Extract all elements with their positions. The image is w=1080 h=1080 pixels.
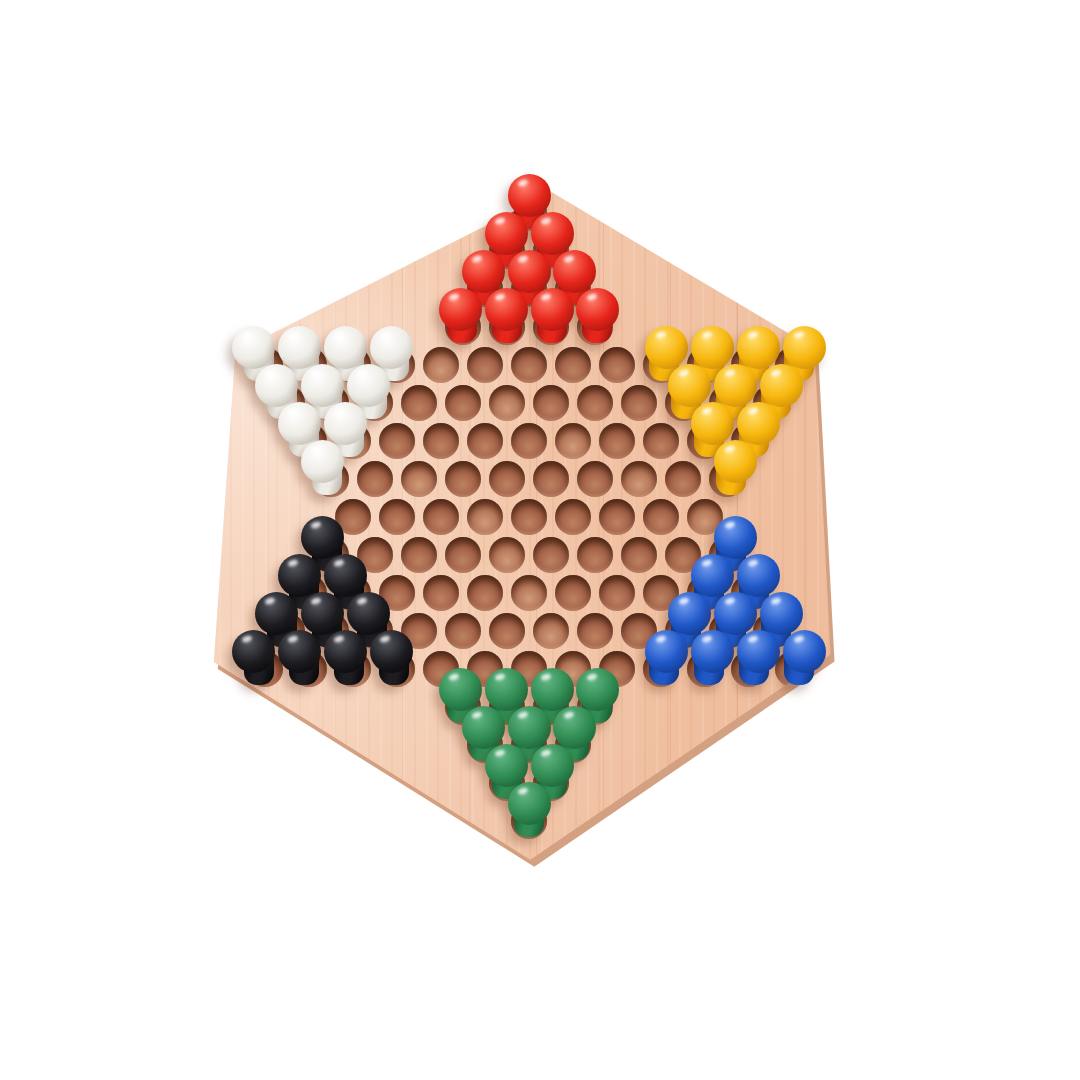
- peg-head: [737, 402, 780, 445]
- pegs-layer: [0, 0, 1080, 1080]
- peg-head: [691, 402, 734, 445]
- peg-head: [347, 592, 390, 635]
- peg-head: [668, 592, 711, 635]
- peg-head: [668, 364, 711, 407]
- peg-head: [301, 440, 344, 483]
- peg-head: [714, 440, 757, 483]
- peg-head: [439, 288, 482, 331]
- peg-head: [347, 364, 390, 407]
- peg-head: [232, 630, 275, 673]
- peg-head: [324, 630, 367, 673]
- peg-head: [714, 516, 757, 559]
- peg-head: [370, 326, 413, 369]
- peg-head: [737, 630, 780, 673]
- peg-head: [531, 212, 574, 255]
- peg-head: [485, 212, 528, 255]
- peg-head: [508, 706, 551, 749]
- peg-head: [737, 554, 780, 597]
- peg-head: [462, 250, 505, 293]
- peg-head: [508, 782, 551, 825]
- peg-head: [645, 630, 688, 673]
- peg-head: [485, 288, 528, 331]
- peg-head: [691, 326, 734, 369]
- peg-head: [508, 250, 551, 293]
- peg-head: [737, 326, 780, 369]
- peg-head: [531, 744, 574, 787]
- peg-head: [783, 326, 826, 369]
- peg-head: [301, 516, 344, 559]
- peg-head: [553, 250, 596, 293]
- peg-head: [462, 706, 505, 749]
- peg-head: [324, 554, 367, 597]
- peg-head: [255, 592, 298, 635]
- peg-head: [301, 592, 344, 635]
- chinese-checkers-board: [0, 0, 1080, 1080]
- peg-head: [278, 554, 321, 597]
- peg-head: [576, 288, 619, 331]
- peg-head: [301, 364, 344, 407]
- peg-head: [783, 630, 826, 673]
- peg-head: [691, 554, 734, 597]
- peg-head: [553, 706, 596, 749]
- peg-head: [714, 364, 757, 407]
- peg-head: [576, 668, 619, 711]
- peg-head: [278, 630, 321, 673]
- peg-head: [760, 364, 803, 407]
- peg-head: [324, 402, 367, 445]
- peg-head: [760, 592, 803, 635]
- peg-head: [531, 288, 574, 331]
- peg-head: [255, 364, 298, 407]
- peg-head: [278, 402, 321, 445]
- peg-head: [691, 630, 734, 673]
- peg-head: [645, 326, 688, 369]
- peg-head: [278, 326, 321, 369]
- peg-head: [485, 744, 528, 787]
- peg-head: [439, 668, 482, 711]
- peg-head: [232, 326, 275, 369]
- peg-head: [714, 592, 757, 635]
- peg-head: [485, 668, 528, 711]
- chinese-checkers-photo: [0, 0, 1080, 1080]
- peg-head: [531, 668, 574, 711]
- peg-head: [370, 630, 413, 673]
- peg-head: [324, 326, 367, 369]
- peg-head: [508, 174, 551, 217]
